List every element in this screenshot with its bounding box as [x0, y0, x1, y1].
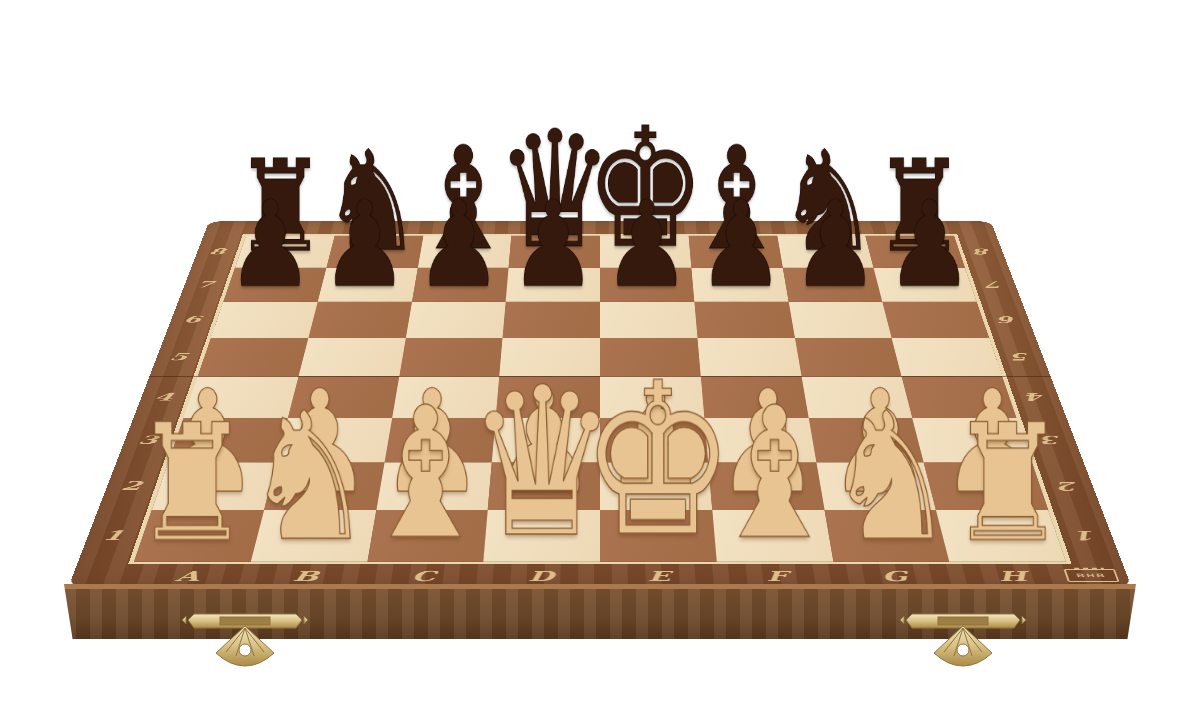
square-c6[interactable]	[405, 302, 505, 338]
black-pawn-a7[interactable]: ♟	[227, 188, 314, 301]
square-d1[interactable]: ♛	[484, 510, 600, 562]
square-b1[interactable]: ♞	[251, 510, 376, 562]
square-e7[interactable]: ♟	[600, 268, 694, 302]
square-c7[interactable]: ♟	[412, 268, 509, 302]
white-queen-d1[interactable]: ♛	[466, 365, 617, 561]
white-knight-b1[interactable]: ♞	[244, 393, 374, 561]
brass-clasp-left	[180, 606, 310, 670]
square-g7[interactable]: ♟	[782, 268, 882, 302]
black-pawn-b7[interactable]: ♟	[321, 188, 408, 301]
square-d7[interactable]: ♟	[506, 268, 600, 302]
black-pawn-c7[interactable]: ♟	[415, 188, 502, 301]
square-a6[interactable]	[211, 302, 318, 338]
black-pawn-g7[interactable]: ♟	[792, 188, 879, 301]
black-pawn-f7[interactable]: ♟	[697, 188, 784, 301]
white-rook-a1[interactable]: ♜	[133, 407, 252, 561]
brass-clasp-right	[898, 606, 1028, 670]
square-g1[interactable]: ♞	[824, 510, 949, 562]
chess-set-photo: 87654321 87654321 ABCDEFGH ♜♞♝♛♚♝♞♜♟♟♟♟♟…	[0, 0, 1200, 701]
square-b6[interactable]	[308, 302, 411, 338]
white-knight-g1[interactable]: ♞	[826, 393, 956, 561]
square-h6[interactable]	[882, 302, 989, 338]
black-pawn-d7[interactable]: ♟	[509, 188, 596, 301]
square-a7[interactable]: ♟	[223, 268, 326, 302]
square-g6[interactable]	[788, 302, 891, 338]
squares: ♜♞♝♛♚♝♞♜♟♟♟♟♟♟♟♟♟♟♟♟♟♟♟♟♜♞♝♛♚♝♞♜	[128, 234, 1071, 564]
black-pawn-e7[interactable]: ♟	[603, 188, 690, 301]
square-f7[interactable]: ♟	[691, 268, 788, 302]
chess-board: 87654321 87654321 ABCDEFGH ♜♞♝♛♚♝♞♜♟♟♟♟♟…	[68, 221, 1132, 588]
square-b7[interactable]: ♟	[318, 268, 418, 302]
square-e6[interactable]	[600, 302, 697, 338]
square-h7[interactable]: ♟	[874, 268, 977, 302]
square-d6[interactable]	[503, 302, 600, 338]
square-f6[interactable]	[694, 302, 794, 338]
